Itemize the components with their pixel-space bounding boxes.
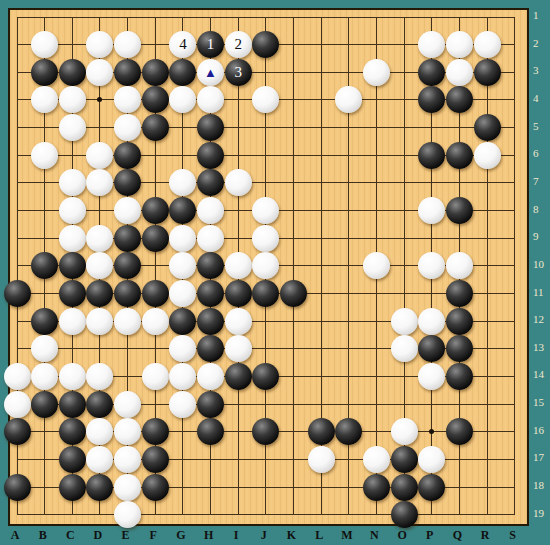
stone-black-H15[interactable] — [197, 391, 224, 418]
stone-white-C8[interactable] — [59, 197, 86, 224]
stone-black-A16[interactable] — [4, 418, 31, 445]
goban-frame: 412▲3 ABCDEFGHIJKLMNOPQRS 12345678910111… — [0, 0, 550, 545]
col-label-G: G — [176, 528, 185, 543]
stone-white-B14[interactable] — [31, 363, 58, 390]
row-label-3: 3 — [533, 64, 539, 76]
stone-black-O17[interactable] — [391, 446, 418, 473]
row-label-5: 5 — [533, 120, 539, 132]
stone-black-B3[interactable] — [31, 59, 58, 86]
stone-black-D18[interactable] — [86, 474, 113, 501]
row-label-9: 9 — [533, 230, 539, 242]
stone-white-E8[interactable] — [114, 197, 141, 224]
move-number-label: 3 — [225, 59, 252, 86]
stone-white-Q3[interactable] — [446, 59, 473, 86]
col-label-O: O — [397, 528, 406, 543]
stone-black-H11[interactable] — [197, 280, 224, 307]
col-label-M: M — [341, 528, 352, 543]
stone-black-Q12[interactable] — [446, 308, 473, 335]
stone-black-C17[interactable] — [59, 446, 86, 473]
stone-black-F18[interactable] — [142, 474, 169, 501]
row-label-14: 14 — [533, 368, 544, 380]
stone-white-C9[interactable] — [59, 225, 86, 252]
col-label-K: K — [287, 528, 296, 543]
stone-white-E15[interactable] — [114, 391, 141, 418]
stone-black-E6[interactable] — [114, 142, 141, 169]
stone-white-E12[interactable] — [114, 308, 141, 335]
move-number-label: 2 — [225, 31, 252, 58]
stone-white-I13[interactable] — [225, 335, 252, 362]
col-label-E: E — [122, 528, 130, 543]
col-label-N: N — [370, 528, 379, 543]
row-label-19: 19 — [533, 507, 544, 519]
stone-black-F17[interactable] — [142, 446, 169, 473]
stone-black-A18[interactable] — [4, 474, 31, 501]
stone-black-C16[interactable] — [59, 418, 86, 445]
col-label-J: J — [261, 528, 267, 543]
col-label-P: P — [426, 528, 433, 543]
stone-black-O19[interactable] — [391, 501, 418, 528]
stone-white-O13[interactable] — [391, 335, 418, 362]
stone-black-F9[interactable] — [142, 225, 169, 252]
row-label-1: 1 — [533, 9, 539, 21]
stone-black-H12[interactable] — [197, 308, 224, 335]
stone-white-J9[interactable] — [252, 225, 279, 252]
stone-white-N17[interactable] — [363, 446, 390, 473]
grid-line-horizontal — [17, 514, 516, 515]
stone-black-B12[interactable] — [31, 308, 58, 335]
stone-black-F4[interactable] — [142, 86, 169, 113]
stone-white-G2[interactable]: 4 — [169, 31, 196, 58]
stone-white-O12[interactable] — [391, 308, 418, 335]
stone-white-I10[interactable] — [225, 252, 252, 279]
row-label-2: 2 — [533, 37, 539, 49]
col-label-F: F — [150, 528, 157, 543]
stone-white-H3[interactable]: ▲ — [197, 59, 224, 86]
col-label-D: D — [94, 528, 103, 543]
stone-white-B6[interactable] — [31, 142, 58, 169]
stone-black-C15[interactable] — [59, 391, 86, 418]
stone-black-C3[interactable] — [59, 59, 86, 86]
stone-black-H2[interactable]: 1 — [197, 31, 224, 58]
col-label-A: A — [11, 528, 20, 543]
stone-black-Q13[interactable] — [446, 335, 473, 362]
stone-black-C11[interactable] — [59, 280, 86, 307]
triangle-marker: ▲ — [197, 59, 224, 86]
col-label-B: B — [39, 528, 47, 543]
grid-line-vertical — [293, 17, 294, 516]
stone-black-F11[interactable] — [142, 280, 169, 307]
stone-white-P12[interactable] — [418, 308, 445, 335]
col-label-H: H — [204, 528, 213, 543]
stone-black-L16[interactable] — [308, 418, 335, 445]
grid-line-vertical — [514, 17, 515, 516]
stone-white-A15[interactable] — [4, 391, 31, 418]
stone-black-I3[interactable]: 3 — [225, 59, 252, 86]
stone-black-K11[interactable] — [280, 280, 307, 307]
stone-white-D12[interactable] — [86, 308, 113, 335]
stone-white-O16[interactable] — [391, 418, 418, 445]
stone-white-P17[interactable] — [418, 446, 445, 473]
stone-black-I11[interactable] — [225, 280, 252, 307]
stone-black-P18[interactable] — [418, 474, 445, 501]
stone-white-A14[interactable] — [4, 363, 31, 390]
stone-white-L17[interactable] — [308, 446, 335, 473]
stone-black-I14[interactable] — [225, 363, 252, 390]
stone-white-E17[interactable] — [114, 446, 141, 473]
stone-black-Q6[interactable] — [446, 142, 473, 169]
move-number-label: 1 — [197, 31, 224, 58]
stone-white-E5[interactable] — [114, 114, 141, 141]
stone-white-N3[interactable] — [363, 59, 390, 86]
stone-white-E18[interactable] — [114, 474, 141, 501]
row-label-18: 18 — [533, 479, 544, 491]
stone-white-D9[interactable] — [86, 225, 113, 252]
row-label-17: 17 — [533, 451, 544, 463]
grid-line-vertical — [487, 17, 488, 516]
col-label-S: S — [509, 528, 516, 543]
stone-black-F8[interactable] — [142, 197, 169, 224]
row-label-4: 4 — [533, 92, 539, 104]
col-label-C: C — [66, 528, 75, 543]
stone-white-F14[interactable] — [142, 363, 169, 390]
stone-black-Q8[interactable] — [446, 197, 473, 224]
stone-white-H8[interactable] — [197, 197, 224, 224]
stone-white-F12[interactable] — [142, 308, 169, 335]
stone-black-E11[interactable] — [114, 280, 141, 307]
stone-white-D6[interactable] — [86, 142, 113, 169]
stone-black-O18[interactable] — [391, 474, 418, 501]
stone-black-Q11[interactable] — [446, 280, 473, 307]
stone-white-E19[interactable] — [114, 501, 141, 528]
stone-white-C14[interactable] — [59, 363, 86, 390]
stone-white-I7[interactable] — [225, 169, 252, 196]
stone-black-F5[interactable] — [142, 114, 169, 141]
stone-white-G15[interactable] — [169, 391, 196, 418]
stone-black-C10[interactable] — [59, 252, 86, 279]
stone-white-R6[interactable] — [474, 142, 501, 169]
stone-black-E3[interactable] — [114, 59, 141, 86]
stone-black-Q16[interactable] — [446, 418, 473, 445]
stone-white-P14[interactable] — [418, 363, 445, 390]
stone-black-N18[interactable] — [363, 474, 390, 501]
col-label-I: I — [234, 528, 239, 543]
row-label-11: 11 — [533, 286, 544, 298]
move-number-label: 4 — [169, 31, 196, 58]
stone-black-Q14[interactable] — [446, 363, 473, 390]
stone-white-C7[interactable] — [59, 169, 86, 196]
stone-black-B15[interactable] — [31, 391, 58, 418]
stone-white-I12[interactable] — [225, 308, 252, 335]
stone-white-I2[interactable]: 2 — [225, 31, 252, 58]
row-label-10: 10 — [533, 258, 544, 270]
stone-white-H9[interactable] — [197, 225, 224, 252]
row-label-6: 6 — [533, 147, 539, 159]
stone-black-P6[interactable] — [418, 142, 445, 169]
row-label-8: 8 — [533, 203, 539, 215]
col-label-Q: Q — [453, 528, 462, 543]
stone-black-F3[interactable] — [142, 59, 169, 86]
stone-black-D15[interactable] — [86, 391, 113, 418]
row-label-12: 12 — [533, 313, 544, 325]
stone-white-R2[interactable] — [474, 31, 501, 58]
stone-white-H14[interactable] — [197, 363, 224, 390]
stone-black-H5[interactable] — [197, 114, 224, 141]
col-label-R: R — [481, 528, 490, 543]
stone-black-R3[interactable] — [474, 59, 501, 86]
stone-black-G12[interactable] — [169, 308, 196, 335]
stone-black-C18[interactable] — [59, 474, 86, 501]
stone-black-G3[interactable] — [169, 59, 196, 86]
go-board[interactable]: 412▲3 — [8, 8, 529, 526]
stone-black-P3[interactable] — [418, 59, 445, 86]
row-label-16: 16 — [533, 424, 544, 436]
stone-black-H6[interactable] — [197, 142, 224, 169]
stone-white-C5[interactable] — [59, 114, 86, 141]
stone-black-R5[interactable] — [474, 114, 501, 141]
row-label-15: 15 — [533, 396, 544, 408]
stone-black-F16[interactable] — [142, 418, 169, 445]
stone-white-C12[interactable] — [59, 308, 86, 335]
stone-white-G9[interactable] — [169, 225, 196, 252]
col-label-L: L — [315, 528, 323, 543]
row-label-7: 7 — [533, 175, 539, 187]
stone-black-A11[interactable] — [4, 280, 31, 307]
stone-black-E9[interactable] — [114, 225, 141, 252]
stone-white-Q2[interactable] — [446, 31, 473, 58]
row-label-13: 13 — [533, 341, 544, 353]
